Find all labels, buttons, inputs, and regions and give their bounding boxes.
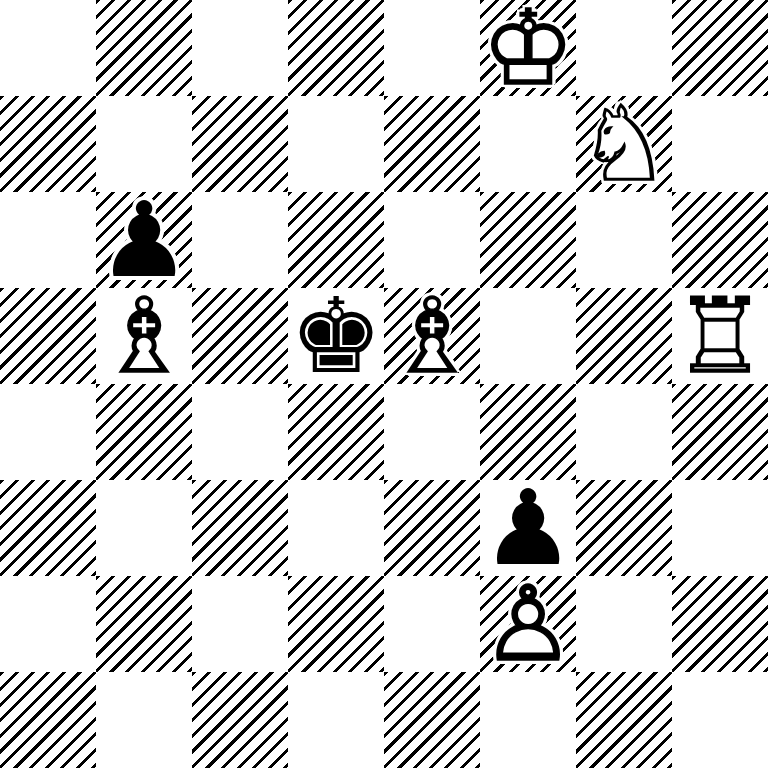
square-e5[interactable]: ♝♗ (384, 288, 480, 384)
square-e7[interactable] (384, 96, 480, 192)
square-g1[interactable] (576, 672, 672, 768)
square-a1[interactable] (0, 672, 96, 768)
square-b8[interactable] (96, 0, 192, 96)
square-h3[interactable] (672, 480, 768, 576)
square-e1[interactable] (384, 672, 480, 768)
square-c8[interactable] (192, 0, 288, 96)
square-c7[interactable] (192, 96, 288, 192)
square-b5[interactable]: ♝♗ (96, 288, 192, 384)
square-c4[interactable] (192, 384, 288, 480)
square-g5[interactable] (576, 288, 672, 384)
square-g7[interactable]: ♞♘ (576, 96, 672, 192)
square-a6[interactable] (0, 192, 96, 288)
square-h7[interactable] (672, 96, 768, 192)
square-g8[interactable] (576, 0, 672, 96)
square-g4[interactable] (576, 384, 672, 480)
square-b1[interactable] (96, 672, 192, 768)
piece-white-rook[interactable]: ♜♖ (672, 288, 768, 384)
square-a7[interactable] (0, 96, 96, 192)
square-c6[interactable] (192, 192, 288, 288)
square-g3[interactable] (576, 480, 672, 576)
square-a2[interactable] (0, 576, 96, 672)
white-bishop-icon: ♗ (96, 288, 192, 384)
square-a3[interactable] (0, 480, 96, 576)
square-f3[interactable]: ♟ (480, 480, 576, 576)
square-a4[interactable] (0, 384, 96, 480)
square-h8[interactable] (672, 0, 768, 96)
square-d6[interactable] (288, 192, 384, 288)
square-e2[interactable] (384, 576, 480, 672)
square-e8[interactable] (384, 0, 480, 96)
square-g2[interactable] (576, 576, 672, 672)
piece-black-king[interactable]: ♚ (288, 288, 384, 384)
piece-white-bishop[interactable]: ♝♗ (96, 288, 192, 384)
black-king-icon: ♚ (288, 288, 384, 384)
square-h5[interactable]: ♜♖ (672, 288, 768, 384)
white-rook-icon: ♖ (672, 288, 768, 384)
square-a8[interactable] (0, 0, 96, 96)
square-f2[interactable]: ♟♙ (480, 576, 576, 672)
square-b4[interactable] (96, 384, 192, 480)
square-d4[interactable] (288, 384, 384, 480)
piece-white-king[interactable]: ♚♔ (480, 0, 576, 96)
square-e4[interactable] (384, 384, 480, 480)
black-pawn-icon: ♟ (480, 480, 576, 576)
square-h1[interactable] (672, 672, 768, 768)
white-bishop-icon: ♗ (384, 288, 480, 384)
square-d5[interactable]: ♚ (288, 288, 384, 384)
square-g6[interactable] (576, 192, 672, 288)
black-pawn-icon: ♟ (96, 192, 192, 288)
square-f8[interactable]: ♚♔ (480, 0, 576, 96)
square-e6[interactable] (384, 192, 480, 288)
square-h2[interactable] (672, 576, 768, 672)
square-e3[interactable] (384, 480, 480, 576)
square-b2[interactable] (96, 576, 192, 672)
piece-black-pawn[interactable]: ♟ (96, 192, 192, 288)
square-d3[interactable] (288, 480, 384, 576)
square-f1[interactable] (480, 672, 576, 768)
white-king-icon: ♔ (480, 0, 576, 96)
piece-white-knight[interactable]: ♞♘ (576, 96, 672, 192)
square-h4[interactable] (672, 384, 768, 480)
square-c1[interactable] (192, 672, 288, 768)
square-d8[interactable] (288, 0, 384, 96)
piece-white-pawn[interactable]: ♟♙ (480, 576, 576, 672)
white-knight-icon: ♘ (576, 96, 672, 192)
square-f5[interactable] (480, 288, 576, 384)
square-d1[interactable] (288, 672, 384, 768)
square-f7[interactable] (480, 96, 576, 192)
square-c2[interactable] (192, 576, 288, 672)
square-a5[interactable] (0, 288, 96, 384)
square-f6[interactable] (480, 192, 576, 288)
square-d7[interactable] (288, 96, 384, 192)
piece-white-bishop[interactable]: ♝♗ (384, 288, 480, 384)
square-d2[interactable] (288, 576, 384, 672)
chess-board: ♚♔♞♘♟♝♗♚♝♗♜♖♟♟♙ (0, 0, 768, 768)
square-b6[interactable]: ♟ (96, 192, 192, 288)
square-f4[interactable] (480, 384, 576, 480)
square-c5[interactable] (192, 288, 288, 384)
white-pawn-icon: ♙ (480, 576, 576, 672)
piece-black-pawn[interactable]: ♟ (480, 480, 576, 576)
square-b7[interactable] (96, 96, 192, 192)
square-h6[interactable] (672, 192, 768, 288)
square-c3[interactable] (192, 480, 288, 576)
square-b3[interactable] (96, 480, 192, 576)
